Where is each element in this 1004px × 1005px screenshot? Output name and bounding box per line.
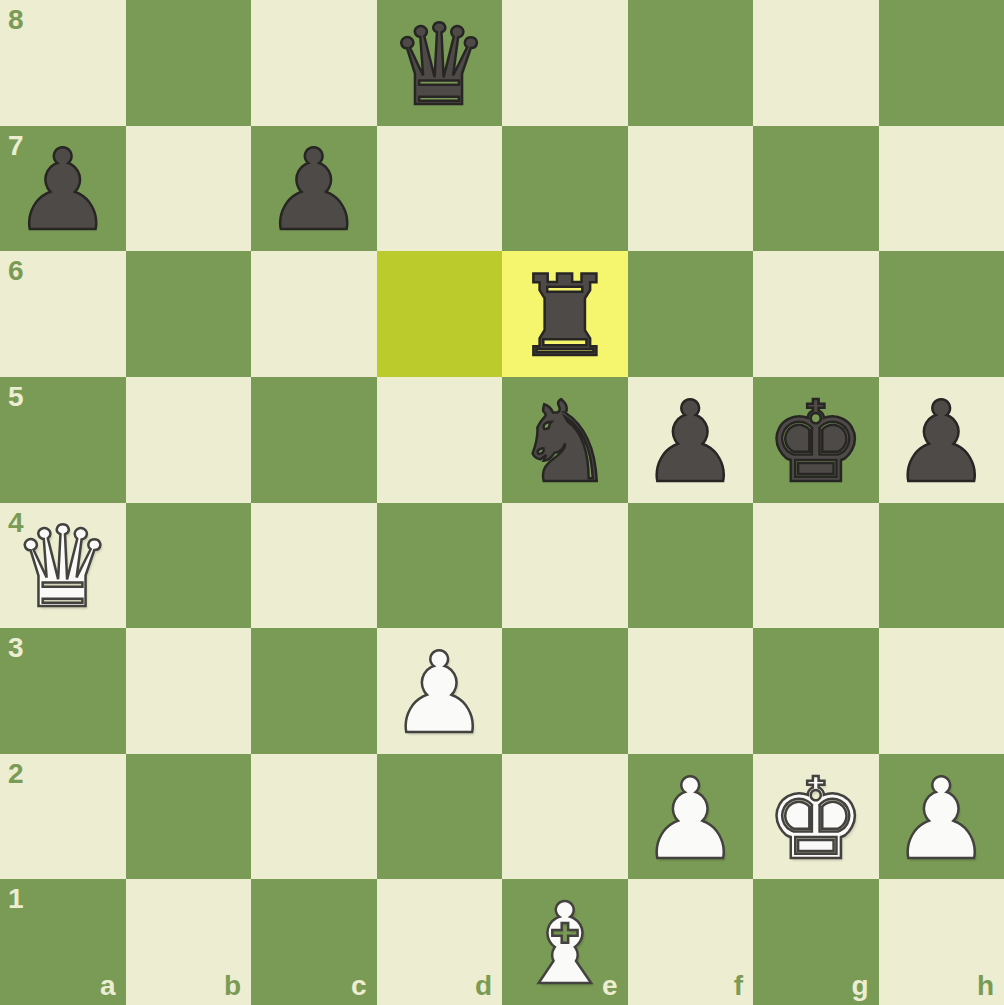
chess-board: 8♛7♟♟6♜5♞♟♚♟4♛3♟2♟♚♟1abcde♝fgh	[0, 0, 1004, 1005]
file-label-b: b	[224, 972, 241, 1000]
square-f2[interactable]: ♟	[628, 754, 754, 880]
square-g6[interactable]	[753, 251, 879, 377]
square-g2[interactable]: ♚	[753, 754, 879, 880]
square-e6[interactable]: ♜	[502, 251, 628, 377]
black-pawn[interactable]: ♟	[264, 134, 364, 246]
file-label-f: f	[734, 972, 743, 1000]
square-g7[interactable]	[753, 126, 879, 252]
file-label-h: h	[977, 972, 994, 1000]
white-pawn[interactable]: ♟	[640, 763, 740, 875]
square-b6[interactable]	[126, 251, 252, 377]
square-h3[interactable]	[879, 628, 1004, 754]
square-d1[interactable]: d	[377, 879, 503, 1005]
file-label-c: c	[351, 972, 367, 1000]
black-knight[interactable]: ♞	[515, 386, 615, 498]
square-e4[interactable]	[502, 503, 628, 629]
square-e7[interactable]	[502, 126, 628, 252]
square-a1[interactable]: 1a	[0, 879, 126, 1005]
square-a4[interactable]: 4♛	[0, 503, 126, 629]
square-e3[interactable]	[502, 628, 628, 754]
square-h8[interactable]	[879, 0, 1004, 126]
square-d4[interactable]	[377, 503, 503, 629]
square-f4[interactable]	[628, 503, 754, 629]
white-pawn[interactable]: ♟	[389, 637, 489, 749]
square-c8[interactable]	[251, 0, 377, 126]
rank-label-7: 7	[8, 132, 24, 160]
black-pawn[interactable]: ♟	[891, 386, 991, 498]
file-label-a: a	[100, 972, 116, 1000]
file-label-d: d	[475, 972, 492, 1000]
file-label-e: e	[602, 972, 618, 1000]
rank-label-1: 1	[8, 885, 24, 913]
square-g1[interactable]: g	[753, 879, 879, 1005]
square-h1[interactable]: h	[879, 879, 1004, 1005]
square-f1[interactable]: f	[628, 879, 754, 1005]
square-g4[interactable]	[753, 503, 879, 629]
square-c2[interactable]	[251, 754, 377, 880]
square-b5[interactable]	[126, 377, 252, 503]
square-b8[interactable]	[126, 0, 252, 126]
square-a2[interactable]: 2	[0, 754, 126, 880]
square-b1[interactable]: b	[126, 879, 252, 1005]
square-d2[interactable]	[377, 754, 503, 880]
square-f7[interactable]	[628, 126, 754, 252]
black-pawn[interactable]: ♟	[640, 386, 740, 498]
square-a7[interactable]: 7♟	[0, 126, 126, 252]
square-d6[interactable]	[377, 251, 503, 377]
square-g3[interactable]	[753, 628, 879, 754]
black-king[interactable]: ♚	[766, 386, 866, 498]
rank-label-2: 2	[8, 760, 24, 788]
black-queen[interactable]: ♛	[389, 9, 489, 121]
square-f3[interactable]	[628, 628, 754, 754]
square-b2[interactable]	[126, 754, 252, 880]
square-a6[interactable]: 6	[0, 251, 126, 377]
black-rook[interactable]: ♜	[515, 260, 615, 372]
square-h6[interactable]	[879, 251, 1004, 377]
square-c6[interactable]	[251, 251, 377, 377]
square-e1[interactable]: e♝	[502, 879, 628, 1005]
rank-label-6: 6	[8, 257, 24, 285]
white-queen[interactable]: ♛	[13, 511, 113, 623]
square-d3[interactable]: ♟	[377, 628, 503, 754]
square-h5[interactable]: ♟	[879, 377, 1004, 503]
rank-label-4: 4	[8, 509, 24, 537]
square-b3[interactable]	[126, 628, 252, 754]
square-h2[interactable]: ♟	[879, 754, 1004, 880]
file-label-g: g	[851, 972, 868, 1000]
square-c4[interactable]	[251, 503, 377, 629]
square-f8[interactable]	[628, 0, 754, 126]
square-e2[interactable]	[502, 754, 628, 880]
square-h7[interactable]	[879, 126, 1004, 252]
white-king[interactable]: ♚	[766, 763, 866, 875]
square-c1[interactable]: c	[251, 879, 377, 1005]
square-b4[interactable]	[126, 503, 252, 629]
square-c7[interactable]: ♟	[251, 126, 377, 252]
square-a8[interactable]: 8	[0, 0, 126, 126]
rank-label-3: 3	[8, 634, 24, 662]
black-pawn[interactable]: ♟	[13, 134, 113, 246]
square-d8[interactable]: ♛	[377, 0, 503, 126]
square-c5[interactable]	[251, 377, 377, 503]
square-d5[interactable]	[377, 377, 503, 503]
square-a5[interactable]: 5	[0, 377, 126, 503]
white-pawn[interactable]: ♟	[891, 763, 991, 875]
square-b7[interactable]	[126, 126, 252, 252]
square-f5[interactable]: ♟	[628, 377, 754, 503]
rank-label-8: 8	[8, 6, 24, 34]
square-g5[interactable]: ♚	[753, 377, 879, 503]
square-d7[interactable]	[377, 126, 503, 252]
square-f6[interactable]	[628, 251, 754, 377]
square-g8[interactable]	[753, 0, 879, 126]
white-bishop[interactable]: ♝	[515, 888, 615, 1000]
square-h4[interactable]	[879, 503, 1004, 629]
rank-label-5: 5	[8, 383, 24, 411]
square-e8[interactable]	[502, 0, 628, 126]
square-c3[interactable]	[251, 628, 377, 754]
square-e5[interactable]: ♞	[502, 377, 628, 503]
square-a3[interactable]: 3	[0, 628, 126, 754]
